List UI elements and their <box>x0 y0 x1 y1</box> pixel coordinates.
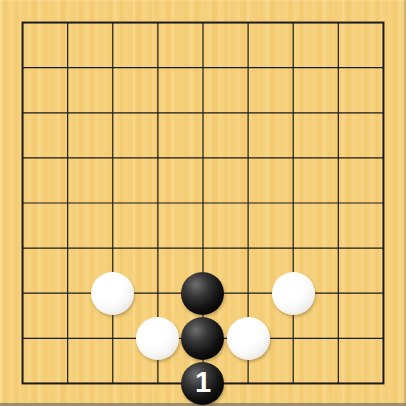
board-point-C2[interactable] <box>90 316 135 361</box>
board-point-F9[interactable] <box>226 0 271 45</box>
board-point-G8[interactable] <box>271 45 316 90</box>
board-point-E5[interactable] <box>180 180 225 225</box>
board-point-D9[interactable] <box>135 0 180 45</box>
board-point-G2[interactable] <box>271 316 316 361</box>
board-point-C9[interactable] <box>90 0 135 45</box>
board-point-J9[interactable] <box>361 0 406 45</box>
board-point-B6[interactable] <box>45 135 90 180</box>
board-point-E7[interactable] <box>180 90 225 135</box>
board-point-C1[interactable] <box>90 361 135 406</box>
board-point-J3[interactable] <box>361 271 406 316</box>
board-point-E3[interactable] <box>180 271 225 316</box>
board-point-A1[interactable] <box>0 361 45 406</box>
board-point-A6[interactable] <box>0 135 45 180</box>
board-point-G9[interactable] <box>271 0 316 45</box>
board-point-A8[interactable] <box>0 45 45 90</box>
board-point-A3[interactable] <box>0 271 45 316</box>
board-point-F7[interactable] <box>226 90 271 135</box>
board-point-G7[interactable] <box>271 90 316 135</box>
board-point-G6[interactable] <box>271 135 316 180</box>
board-point-D7[interactable] <box>135 90 180 135</box>
board-point-J8[interactable] <box>361 45 406 90</box>
board-point-F8[interactable] <box>226 45 271 90</box>
board-point-H4[interactable] <box>316 226 361 271</box>
board-point-A9[interactable] <box>0 0 45 45</box>
board-point-J5[interactable] <box>361 180 406 225</box>
board-point-J2[interactable] <box>361 316 406 361</box>
board-point-B5[interactable] <box>45 180 90 225</box>
board-point-H9[interactable] <box>316 0 361 45</box>
black-stone <box>181 272 224 315</box>
board-point-F3[interactable] <box>226 271 271 316</box>
board-point-F4[interactable] <box>226 226 271 271</box>
board-point-C7[interactable] <box>90 90 135 135</box>
board-point-D4[interactable] <box>135 226 180 271</box>
board-point-C4[interactable] <box>90 226 135 271</box>
move-number-label: 1 <box>195 368 211 397</box>
white-stone <box>91 272 134 315</box>
board-point-J1[interactable] <box>361 361 406 406</box>
board-point-A7[interactable] <box>0 90 45 135</box>
board-point-E1[interactable]: 1 <box>180 361 225 406</box>
black-stone: 1 <box>181 362 224 405</box>
board-point-B1[interactable] <box>45 361 90 406</box>
board-point-G3[interactable] <box>271 271 316 316</box>
go-app: 1 <box>0 0 406 406</box>
board-point-D8[interactable] <box>135 45 180 90</box>
board-point-G5[interactable] <box>271 180 316 225</box>
white-stone <box>136 317 179 360</box>
board-point-H3[interactable] <box>316 271 361 316</box>
black-stone <box>181 317 224 360</box>
board-point-J6[interactable] <box>361 135 406 180</box>
board-point-A5[interactable] <box>0 180 45 225</box>
go-board: 1 <box>0 0 406 406</box>
board-point-H7[interactable] <box>316 90 361 135</box>
board-point-D1[interactable] <box>135 361 180 406</box>
board-point-A4[interactable] <box>0 226 45 271</box>
board-point-F5[interactable] <box>226 180 271 225</box>
board-point-E2[interactable] <box>180 316 225 361</box>
board-point-H8[interactable] <box>316 45 361 90</box>
board-point-F6[interactable] <box>226 135 271 180</box>
board-point-H5[interactable] <box>316 180 361 225</box>
board-point-D3[interactable] <box>135 271 180 316</box>
white-stone <box>272 272 315 315</box>
board-point-G1[interactable] <box>271 361 316 406</box>
board-point-J7[interactable] <box>361 90 406 135</box>
board-point-F1[interactable] <box>226 361 271 406</box>
board-point-B2[interactable] <box>45 316 90 361</box>
board-point-E6[interactable] <box>180 135 225 180</box>
board-point-D5[interactable] <box>135 180 180 225</box>
board-point-E8[interactable] <box>180 45 225 90</box>
board-points: 1 <box>0 0 406 406</box>
board-point-C8[interactable] <box>90 45 135 90</box>
board-point-C3[interactable] <box>90 271 135 316</box>
board-point-F2[interactable] <box>226 316 271 361</box>
board-point-C5[interactable] <box>90 180 135 225</box>
board-point-C6[interactable] <box>90 135 135 180</box>
board-point-E9[interactable] <box>180 0 225 45</box>
board-point-B7[interactable] <box>45 90 90 135</box>
board-point-J4[interactable] <box>361 226 406 271</box>
board-point-H1[interactable] <box>316 361 361 406</box>
board-point-H6[interactable] <box>316 135 361 180</box>
board-point-B9[interactable] <box>45 0 90 45</box>
board-point-B8[interactable] <box>45 45 90 90</box>
white-stone <box>227 317 270 360</box>
board-point-B3[interactable] <box>45 271 90 316</box>
board-point-D2[interactable] <box>135 316 180 361</box>
board-point-E4[interactable] <box>180 226 225 271</box>
board-point-D6[interactable] <box>135 135 180 180</box>
board-point-A2[interactable] <box>0 316 45 361</box>
board-point-H2[interactable] <box>316 316 361 361</box>
board-point-G4[interactable] <box>271 226 316 271</box>
board-point-B4[interactable] <box>45 226 90 271</box>
